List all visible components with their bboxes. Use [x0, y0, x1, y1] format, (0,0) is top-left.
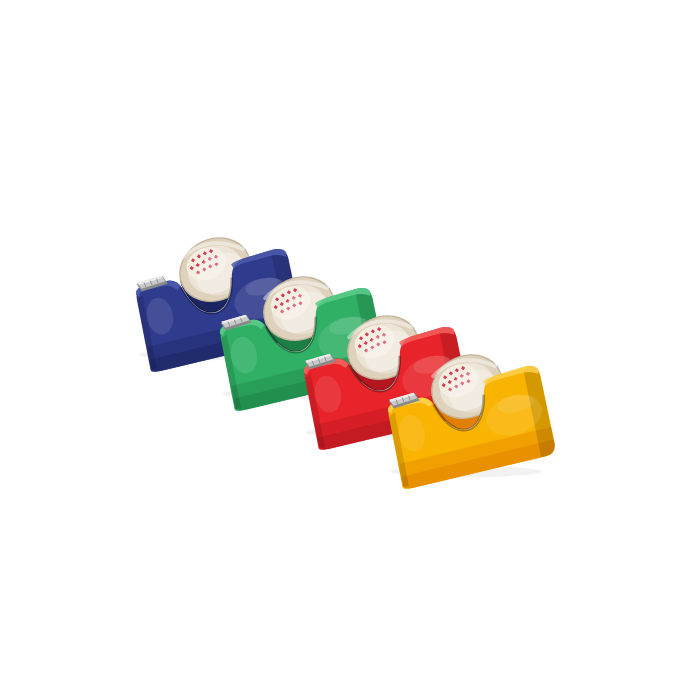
product-photo-tape-dispensers — [0, 0, 700, 700]
tape-dispenser-yellow — [378, 341, 554, 480]
